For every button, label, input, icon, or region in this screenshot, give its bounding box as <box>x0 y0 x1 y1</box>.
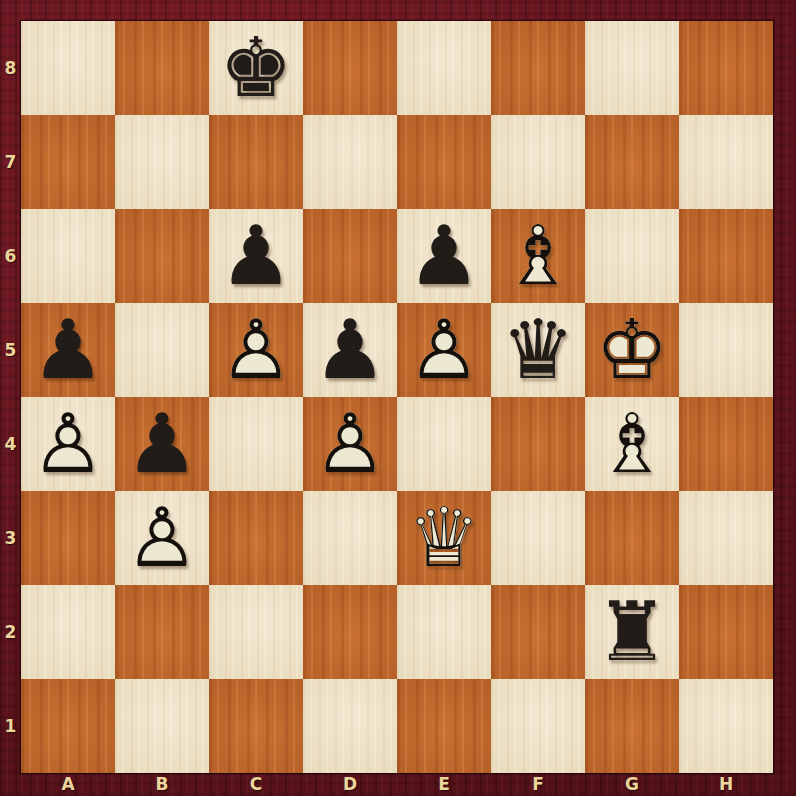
square-d3[interactable] <box>303 491 397 585</box>
square-e2[interactable] <box>397 585 491 679</box>
square-g6[interactable] <box>585 209 679 303</box>
piece-black-pawn[interactable]: ♟ <box>303 303 397 397</box>
square-f5[interactable]: ♛ <box>491 303 585 397</box>
piece-white-king-fill: ♚ <box>585 303 679 397</box>
file-label-d: D <box>303 773 397 796</box>
piece-white-king[interactable]: ♔ <box>585 303 679 397</box>
square-a8[interactable] <box>21 21 115 115</box>
square-a5[interactable]: ♟ <box>21 303 115 397</box>
piece-black-pawn[interactable]: ♟ <box>209 209 303 303</box>
piece-white-pawn-fill: ♟ <box>209 303 303 397</box>
square-b7[interactable] <box>115 115 209 209</box>
rank-label-5: 5 <box>0 340 21 360</box>
piece-black-pawn[interactable]: ♟ <box>115 397 209 491</box>
piece-black-queen[interactable]: ♛ <box>491 303 585 397</box>
square-e1[interactable] <box>397 679 491 773</box>
square-d2[interactable] <box>303 585 397 679</box>
square-d6[interactable] <box>303 209 397 303</box>
square-g2[interactable]: ♜ <box>585 585 679 679</box>
square-d7[interactable] <box>303 115 397 209</box>
square-b8[interactable] <box>115 21 209 115</box>
square-b1[interactable] <box>115 679 209 773</box>
square-h2[interactable] <box>679 585 773 679</box>
piece-white-pawn-fill: ♟ <box>397 303 491 397</box>
square-d5[interactable]: ♟ <box>303 303 397 397</box>
square-b4[interactable]: ♟ <box>115 397 209 491</box>
square-e7[interactable] <box>397 115 491 209</box>
piece-white-pawn-fill: ♟ <box>21 397 115 491</box>
piece-black-pawn[interactable]: ♟ <box>21 303 115 397</box>
piece-white-pawn[interactable]: ♙ <box>21 397 115 491</box>
square-d4[interactable]: ♟♙ <box>303 397 397 491</box>
square-d8[interactable] <box>303 21 397 115</box>
square-a2[interactable] <box>21 585 115 679</box>
file-label-b: B <box>115 773 209 796</box>
square-c5[interactable]: ♟♙ <box>209 303 303 397</box>
square-e5[interactable]: ♟♙ <box>397 303 491 397</box>
square-g1[interactable] <box>585 679 679 773</box>
square-c6[interactable]: ♟ <box>209 209 303 303</box>
square-f7[interactable] <box>491 115 585 209</box>
piece-white-bishop[interactable]: ♗ <box>491 209 585 303</box>
rank-label-3: 3 <box>0 528 21 548</box>
square-a3[interactable] <box>21 491 115 585</box>
piece-white-pawn-fill: ♟ <box>115 491 209 585</box>
file-label-g: G <box>585 773 679 796</box>
square-f3[interactable] <box>491 491 585 585</box>
square-b2[interactable] <box>115 585 209 679</box>
square-e6[interactable]: ♟ <box>397 209 491 303</box>
square-a7[interactable] <box>21 115 115 209</box>
square-h5[interactable] <box>679 303 773 397</box>
square-f4[interactable] <box>491 397 585 491</box>
square-c8[interactable]: ♚ <box>209 21 303 115</box>
piece-black-pawn[interactable]: ♟ <box>397 209 491 303</box>
piece-white-pawn[interactable]: ♙ <box>209 303 303 397</box>
square-f6[interactable]: ♝♗ <box>491 209 585 303</box>
square-g5[interactable]: ♚♔ <box>585 303 679 397</box>
square-h4[interactable] <box>679 397 773 491</box>
piece-white-bishop[interactable]: ♗ <box>585 397 679 491</box>
square-a4[interactable]: ♟♙ <box>21 397 115 491</box>
file-label-e: E <box>397 773 491 796</box>
rank-label-7: 7 <box>0 152 21 172</box>
square-c1[interactable] <box>209 679 303 773</box>
file-label-h: H <box>679 773 773 796</box>
square-h8[interactable] <box>679 21 773 115</box>
square-c2[interactable] <box>209 585 303 679</box>
piece-white-pawn[interactable]: ♙ <box>115 491 209 585</box>
square-b6[interactable] <box>115 209 209 303</box>
square-c7[interactable] <box>209 115 303 209</box>
file-label-c: C <box>209 773 303 796</box>
file-label-f: F <box>491 773 585 796</box>
square-e4[interactable] <box>397 397 491 491</box>
piece-white-pawn[interactable]: ♙ <box>303 397 397 491</box>
square-g7[interactable] <box>585 115 679 209</box>
file-label-a: A <box>21 773 115 796</box>
chess-board: ♚♟♟♝♗♟♟♙♟♟♙♛♚♔♟♙♟♟♙♝♗♟♙♛♕♜ <box>21 21 773 773</box>
square-f2[interactable] <box>491 585 585 679</box>
square-a6[interactable] <box>21 209 115 303</box>
piece-black-king[interactable]: ♚ <box>209 21 303 115</box>
rank-label-6: 6 <box>0 246 21 266</box>
square-d1[interactable] <box>303 679 397 773</box>
board-frame: ♚♟♟♝♗♟♟♙♟♟♙♛♚♔♟♙♟♟♙♝♗♟♙♛♕♜ 87654321 ABCD… <box>0 0 796 796</box>
square-e8[interactable] <box>397 21 491 115</box>
square-c3[interactable] <box>209 491 303 585</box>
rank-label-8: 8 <box>0 58 21 78</box>
square-g3[interactable] <box>585 491 679 585</box>
piece-white-bishop-fill: ♝ <box>491 209 585 303</box>
piece-white-bishop-fill: ♝ <box>585 397 679 491</box>
square-g8[interactable] <box>585 21 679 115</box>
piece-white-queen-fill: ♛ <box>397 491 491 585</box>
square-a1[interactable] <box>21 679 115 773</box>
square-e3[interactable]: ♛♕ <box>397 491 491 585</box>
square-b5[interactable] <box>115 303 209 397</box>
square-h7[interactable] <box>679 115 773 209</box>
square-f1[interactable] <box>491 679 585 773</box>
piece-white-queen[interactable]: ♕ <box>397 491 491 585</box>
rank-label-2: 2 <box>0 622 21 642</box>
square-c4[interactable] <box>209 397 303 491</box>
square-g4[interactable]: ♝♗ <box>585 397 679 491</box>
rank-label-1: 1 <box>0 716 21 736</box>
square-h1[interactable] <box>679 679 773 773</box>
piece-white-pawn[interactable]: ♙ <box>397 303 491 397</box>
piece-black-rook[interactable]: ♜ <box>585 585 679 679</box>
piece-white-pawn-fill: ♟ <box>303 397 397 491</box>
rank-label-4: 4 <box>0 434 21 454</box>
square-b3[interactable]: ♟♙ <box>115 491 209 585</box>
square-h3[interactable] <box>679 491 773 585</box>
square-h6[interactable] <box>679 209 773 303</box>
square-f8[interactable] <box>491 21 585 115</box>
